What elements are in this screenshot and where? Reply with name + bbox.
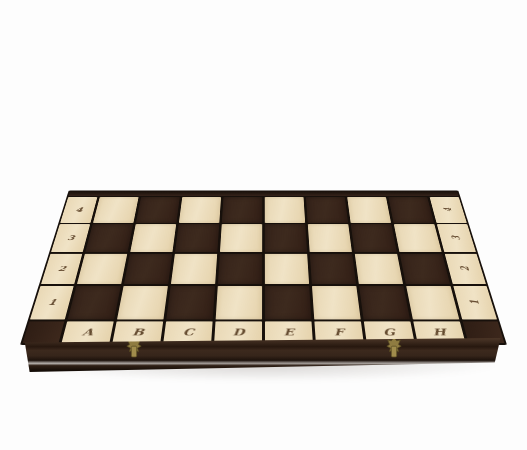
square-h4 <box>388 197 434 223</box>
square-f2 <box>310 254 356 284</box>
square-a4 <box>93 197 139 223</box>
file-label-h-text: H <box>431 327 446 338</box>
square-d3 <box>220 224 262 252</box>
square-c4 <box>179 197 221 223</box>
file-label-a-text: A <box>81 327 94 338</box>
photo-scene: 44332211ABCDEFGH <box>0 0 527 450</box>
square-e2 <box>265 254 309 284</box>
clasp-right <box>385 337 403 359</box>
rank-label-left-1-text: 1 <box>47 298 57 307</box>
rank-label-left-4-text: 4 <box>75 206 84 213</box>
rank-label-left-2: 2 <box>41 254 82 284</box>
square-g3 <box>351 224 397 252</box>
square-e1 <box>265 286 311 320</box>
rank-label-left-3-text: 3 <box>66 234 75 241</box>
square-a2 <box>77 254 127 284</box>
file-label-b-text: B <box>131 327 144 338</box>
square-g1 <box>359 286 410 320</box>
square-h3 <box>394 224 442 252</box>
corner-bottom-left <box>23 321 65 342</box>
board-top-edge <box>69 191 459 195</box>
square-f1 <box>312 286 361 320</box>
file-label-e: E <box>265 321 313 342</box>
chess-board: 44332211ABCDEFGH <box>20 191 507 345</box>
rank-label-left-2-text: 2 <box>57 265 67 273</box>
square-g4 <box>347 197 391 223</box>
square-a3 <box>85 224 133 252</box>
file-label-c-text: C <box>182 327 194 338</box>
rank-label-right-1-text: 1 <box>467 300 482 305</box>
file-label-e-text: E <box>283 327 294 338</box>
rank-label-right-2-text: 2 <box>458 266 472 271</box>
square-f3 <box>308 224 352 252</box>
file-label-f-text: F <box>333 327 344 338</box>
file-label-c: C <box>163 321 212 342</box>
rank-label-left-3: 3 <box>51 224 90 252</box>
rank-label-right-2: 2 <box>445 254 486 284</box>
square-c3 <box>175 224 219 252</box>
square-c1 <box>166 286 215 320</box>
rank-label-right-4: 4 <box>430 197 467 223</box>
square-e4 <box>265 197 305 223</box>
file-label-d: D <box>214 321 262 342</box>
square-e3 <box>265 224 307 252</box>
brass-clasp-icon <box>385 337 403 359</box>
square-g2 <box>355 254 403 284</box>
square-b1 <box>117 286 168 320</box>
rank-label-right-3-text: 3 <box>449 236 462 240</box>
square-a1 <box>68 286 121 320</box>
rank-label-right-3: 3 <box>437 224 476 252</box>
square-h2 <box>400 254 450 284</box>
square-b3 <box>130 224 176 252</box>
square-c2 <box>171 254 217 284</box>
file-label-b: B <box>112 321 163 342</box>
square-f4 <box>306 197 348 223</box>
square-d1 <box>216 286 262 320</box>
square-d2 <box>218 254 262 284</box>
rank-label-left-1: 1 <box>30 286 74 320</box>
square-b4 <box>136 197 180 223</box>
square-h1 <box>406 286 459 320</box>
rank-label-right-4-text: 4 <box>442 208 455 212</box>
rank-label-right-1: 1 <box>453 286 497 320</box>
rank-label-left-4: 4 <box>60 197 97 223</box>
file-label-a: A <box>62 321 114 342</box>
square-b2 <box>124 254 172 284</box>
file-label-d-text: D <box>232 327 244 338</box>
file-label-g-text: G <box>382 327 396 338</box>
square-d4 <box>222 197 262 223</box>
